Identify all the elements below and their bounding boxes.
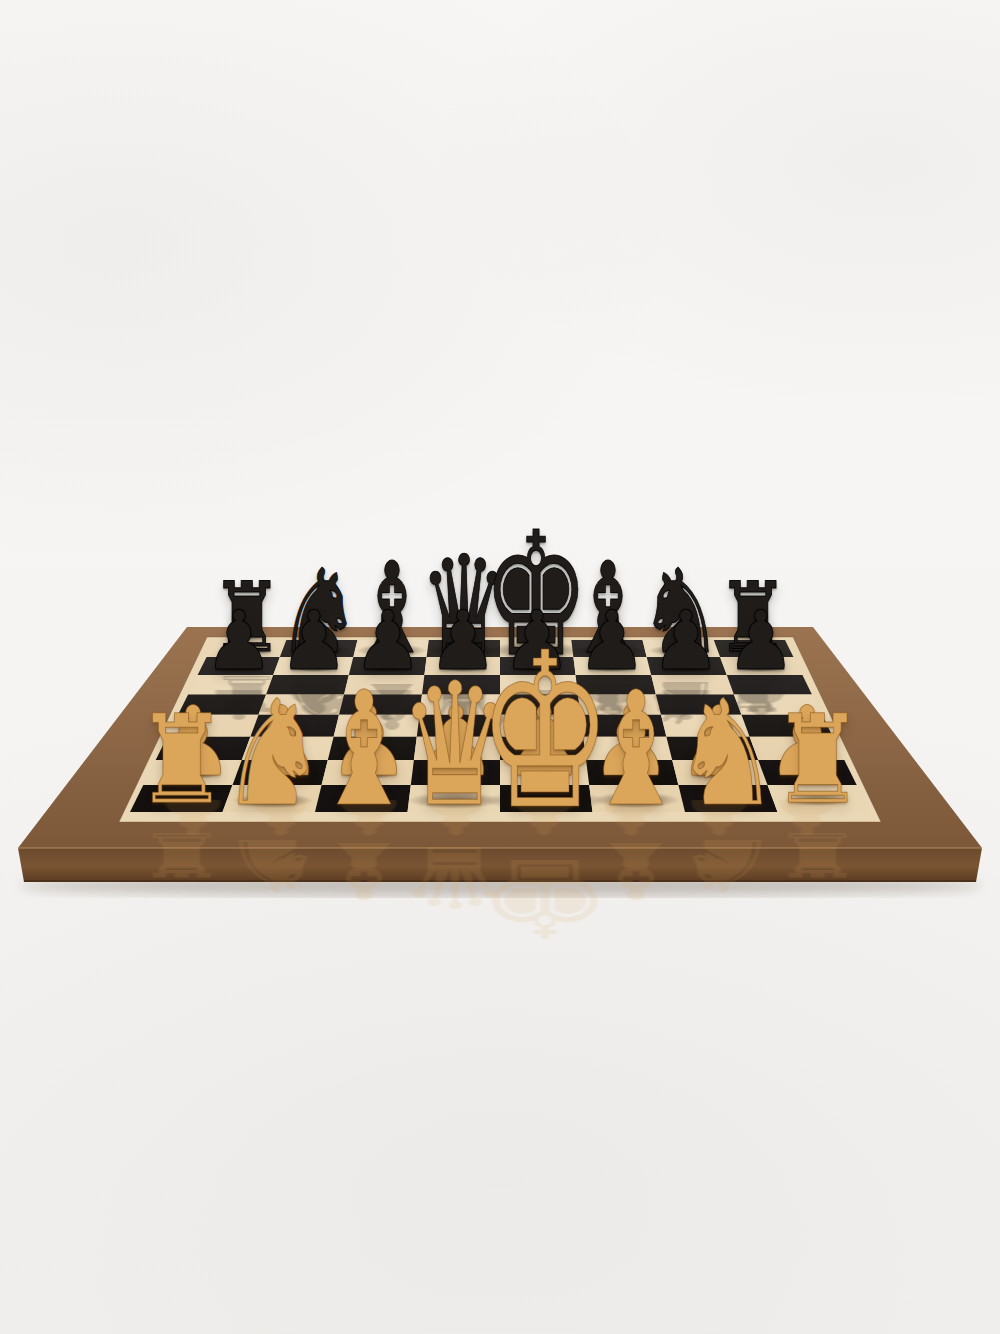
white-bishop[interactable]: ♝ (585, 670, 687, 828)
scene: ♜♜♞♞♝♝♛♛♚♚♝♝♞♞♜♜♟♟♟♟♟♟♟♟♟♟♟♟♟♟♟♟♟♟♟♟♟♟♟♟… (0, 0, 1000, 1334)
white-rook[interactable]: ♜ (771, 699, 864, 821)
white-knight[interactable]: ♞ (219, 680, 326, 826)
piece-reflection: ♜ (771, 824, 864, 885)
piece-reflection: ♜ (136, 824, 229, 885)
white-knight[interactable]: ♞ (673, 680, 780, 826)
piece-reflection: ♞ (673, 829, 780, 902)
piece-reflection: ♞ (219, 829, 326, 902)
pieces-layer: ♜♜♞♞♝♝♛♛♚♚♝♝♞♞♜♜♟♟♟♟♟♟♟♟♟♟♟♟♟♟♟♟♟♟♟♟♟♟♟♟… (0, 0, 1000, 1334)
white-rook[interactable]: ♜ (136, 699, 229, 821)
